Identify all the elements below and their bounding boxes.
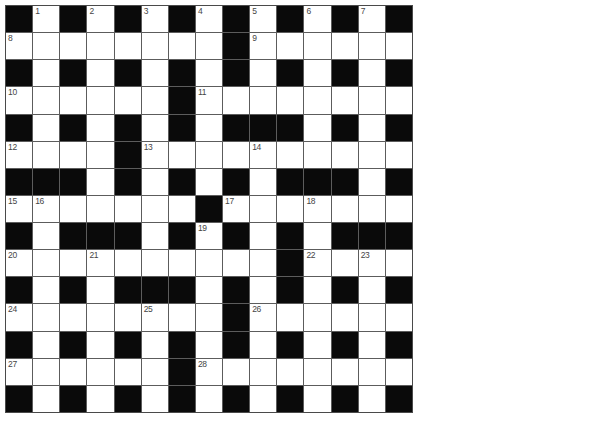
cell-r3c1[interactable] <box>33 87 59 113</box>
clue-number-23: 23 <box>361 250 370 260</box>
black-cell-r12c12 <box>332 332 358 358</box>
black-cell-r11c8 <box>223 304 249 330</box>
black-cell-r4c6 <box>169 115 195 141</box>
clue-number-6: 6 <box>306 6 310 16</box>
cell-r7c8[interactable]: 17 <box>223 196 249 222</box>
cell-r11c5[interactable]: 25 <box>142 304 168 330</box>
cell-r5c0[interactable]: 12 <box>6 142 32 168</box>
cell-r1c13[interactable] <box>359 33 385 59</box>
cell-r5c3[interactable] <box>87 142 113 168</box>
black-cell-r0c6 <box>169 6 195 32</box>
black-cell-r4c8 <box>223 115 249 141</box>
black-cell-r2c10 <box>277 60 303 86</box>
black-cell-r4c14 <box>386 115 412 141</box>
cell-r14c1[interactable] <box>33 386 59 412</box>
cell-r3c9[interactable] <box>250 87 276 113</box>
cell-r13c0[interactable]: 27 <box>6 359 32 385</box>
cell-r2c7[interactable] <box>196 60 222 86</box>
cell-r7c14[interactable] <box>386 196 412 222</box>
cell-r7c2[interactable] <box>60 196 86 222</box>
black-cell-r6c4 <box>115 169 141 195</box>
clue-number-19: 19 <box>198 223 207 233</box>
black-cell-r14c10 <box>277 386 303 412</box>
cell-r6c9[interactable] <box>250 169 276 195</box>
black-cell-r8c4 <box>115 223 141 249</box>
black-cell-r7c7 <box>196 196 222 222</box>
black-cell-r6c11 <box>304 169 330 195</box>
black-cell-r12c6 <box>169 332 195 358</box>
black-cell-r13c6 <box>169 359 195 385</box>
cell-r5c6[interactable] <box>169 142 195 168</box>
cell-r7c11[interactable]: 18 <box>304 196 330 222</box>
cell-r2c13[interactable] <box>359 60 385 86</box>
cell-r2c9[interactable] <box>250 60 276 86</box>
cell-r8c11[interactable] <box>304 223 330 249</box>
cell-r5c5[interactable]: 13 <box>142 142 168 168</box>
black-cell-r0c2 <box>60 6 86 32</box>
cell-r11c13[interactable] <box>359 304 385 330</box>
black-cell-r12c2 <box>60 332 86 358</box>
cell-r7c12[interactable] <box>332 196 358 222</box>
crossword-grid: 1234567891011121314151617181920212223242… <box>5 5 413 413</box>
black-cell-r14c4 <box>115 386 141 412</box>
cell-r2c11[interactable] <box>304 60 330 86</box>
cell-r9c12[interactable] <box>332 250 358 276</box>
clue-number-2: 2 <box>89 6 93 16</box>
black-cell-r10c2 <box>60 277 86 303</box>
cell-r12c11[interactable] <box>304 332 330 358</box>
cell-r3c7[interactable]: 11 <box>196 87 222 113</box>
clue-number-4: 4 <box>198 6 202 16</box>
black-cell-r12c14 <box>386 332 412 358</box>
black-cell-r2c6 <box>169 60 195 86</box>
cell-r9c2[interactable] <box>60 250 86 276</box>
cell-r1c9[interactable]: 9 <box>250 33 276 59</box>
cell-r11c7[interactable] <box>196 304 222 330</box>
black-cell-r0c8 <box>223 6 249 32</box>
cell-r14c9[interactable] <box>250 386 276 412</box>
black-cell-r6c2 <box>60 169 86 195</box>
black-cell-r2c8 <box>223 60 249 86</box>
clue-number-20: 20 <box>8 250 17 260</box>
cell-r1c7[interactable] <box>196 33 222 59</box>
cell-r13c10[interactable] <box>277 359 303 385</box>
cell-r11c0[interactable]: 24 <box>6 304 32 330</box>
cell-r11c12[interactable] <box>332 304 358 330</box>
cell-r12c13[interactable] <box>359 332 385 358</box>
cell-r3c13[interactable] <box>359 87 385 113</box>
cell-r0c9[interactable]: 5 <box>250 6 276 32</box>
cell-r3c12[interactable] <box>332 87 358 113</box>
black-cell-r9c10 <box>277 250 303 276</box>
cell-r11c11[interactable] <box>304 304 330 330</box>
cell-r3c0[interactable]: 10 <box>6 87 32 113</box>
black-cell-r6c6 <box>169 169 195 195</box>
cell-r7c10[interactable] <box>277 196 303 222</box>
black-cell-r2c4 <box>115 60 141 86</box>
cell-r0c13[interactable]: 7 <box>359 6 385 32</box>
cell-r13c2[interactable] <box>60 359 86 385</box>
cell-r5c14[interactable] <box>386 142 412 168</box>
black-cell-r8c3 <box>87 223 113 249</box>
black-cell-r10c12 <box>332 277 358 303</box>
black-cell-r4c0 <box>6 115 32 141</box>
cell-r13c1[interactable] <box>33 359 59 385</box>
cell-r1c11[interactable] <box>304 33 330 59</box>
cell-r11c10[interactable] <box>277 304 303 330</box>
cell-r7c5[interactable] <box>142 196 168 222</box>
clue-number-11: 11 <box>198 87 206 97</box>
cell-r5c12[interactable] <box>332 142 358 168</box>
cell-r3c10[interactable] <box>277 87 303 113</box>
cell-r5c9[interactable]: 14 <box>250 142 276 168</box>
cell-r8c7[interactable]: 19 <box>196 223 222 249</box>
cell-r1c1[interactable] <box>33 33 59 59</box>
cell-r1c3[interactable] <box>87 33 113 59</box>
cell-r13c5[interactable] <box>142 359 168 385</box>
cell-r5c1[interactable] <box>33 142 59 168</box>
cell-r9c5[interactable] <box>142 250 168 276</box>
cell-r1c12[interactable] <box>332 33 358 59</box>
cell-r9c13[interactable]: 23 <box>359 250 385 276</box>
black-cell-r8c10 <box>277 223 303 249</box>
cell-r7c6[interactable] <box>169 196 195 222</box>
black-cell-r10c10 <box>277 277 303 303</box>
cell-r5c10[interactable] <box>277 142 303 168</box>
cell-r10c11[interactable] <box>304 277 330 303</box>
clue-number-7: 7 <box>361 6 365 16</box>
clue-number-25: 25 <box>144 304 153 314</box>
cell-r13c11[interactable] <box>304 359 330 385</box>
black-cell-r6c1 <box>33 169 59 195</box>
black-cell-r14c0 <box>6 386 32 412</box>
black-cell-r0c10 <box>277 6 303 32</box>
cell-r10c3[interactable] <box>87 277 113 303</box>
cell-r12c1[interactable] <box>33 332 59 358</box>
black-cell-r6c10 <box>277 169 303 195</box>
black-cell-r4c4 <box>115 115 141 141</box>
cell-r2c1[interactable] <box>33 60 59 86</box>
clue-number-12: 12 <box>8 142 17 152</box>
black-cell-r10c8 <box>223 277 249 303</box>
cell-r7c4[interactable] <box>115 196 141 222</box>
clue-number-27: 27 <box>8 359 17 369</box>
clue-number-5: 5 <box>252 6 256 16</box>
cell-r4c3[interactable] <box>87 115 113 141</box>
clue-number-9: 9 <box>252 33 256 43</box>
black-cell-r0c0 <box>6 6 32 32</box>
clue-number-10: 10 <box>8 87 17 97</box>
cell-r0c3[interactable]: 2 <box>87 6 113 32</box>
cell-r1c14[interactable] <box>386 33 412 59</box>
black-cell-r2c14 <box>386 60 412 86</box>
cell-r8c1[interactable] <box>33 223 59 249</box>
black-cell-r12c4 <box>115 332 141 358</box>
clue-number-17: 17 <box>225 196 234 206</box>
cell-r14c13[interactable] <box>359 386 385 412</box>
black-cell-r8c12 <box>332 223 358 249</box>
cell-r12c5[interactable] <box>142 332 168 358</box>
cell-r3c4[interactable] <box>115 87 141 113</box>
cell-r9c9[interactable] <box>250 250 276 276</box>
cell-r9c3[interactable]: 21 <box>87 250 113 276</box>
black-cell-r14c8 <box>223 386 249 412</box>
black-cell-r5c4 <box>115 142 141 168</box>
clue-number-13: 13 <box>144 142 153 152</box>
cell-r10c9[interactable] <box>250 277 276 303</box>
black-cell-r12c8 <box>223 332 249 358</box>
cell-r7c3[interactable] <box>87 196 113 222</box>
cell-r2c5[interactable] <box>142 60 168 86</box>
cell-r5c7[interactable] <box>196 142 222 168</box>
black-cell-r4c10 <box>277 115 303 141</box>
cell-r13c12[interactable] <box>332 359 358 385</box>
black-cell-r2c0 <box>6 60 32 86</box>
black-cell-r6c8 <box>223 169 249 195</box>
cell-r1c4[interactable] <box>115 33 141 59</box>
cell-r8c5[interactable] <box>142 223 168 249</box>
cell-r11c1[interactable] <box>33 304 59 330</box>
cell-r14c5[interactable] <box>142 386 168 412</box>
black-cell-r8c8 <box>223 223 249 249</box>
cell-r10c7[interactable] <box>196 277 222 303</box>
cell-r9c6[interactable] <box>169 250 195 276</box>
cell-r10c13[interactable] <box>359 277 385 303</box>
black-cell-r8c14 <box>386 223 412 249</box>
cell-r1c0[interactable]: 8 <box>6 33 32 59</box>
black-cell-r2c2 <box>60 60 86 86</box>
black-cell-r10c14 <box>386 277 412 303</box>
black-cell-r10c5 <box>142 277 168 303</box>
clue-number-18: 18 <box>306 196 315 206</box>
cell-r2c3[interactable] <box>87 60 113 86</box>
cell-r0c11[interactable]: 6 <box>304 6 330 32</box>
clue-number-16: 16 <box>35 196 44 206</box>
cell-r7c1[interactable]: 16 <box>33 196 59 222</box>
cell-r5c8[interactable] <box>223 142 249 168</box>
cell-r4c7[interactable] <box>196 115 222 141</box>
clue-number-15: 15 <box>8 196 17 206</box>
cell-r13c7[interactable]: 28 <box>196 359 222 385</box>
cell-r7c9[interactable] <box>250 196 276 222</box>
cell-r0c5[interactable]: 3 <box>142 6 168 32</box>
cell-r5c2[interactable] <box>60 142 86 168</box>
cell-r4c13[interactable] <box>359 115 385 141</box>
clue-number-3: 3 <box>144 6 148 16</box>
black-cell-r6c12 <box>332 169 358 195</box>
black-cell-r3c6 <box>169 87 195 113</box>
cell-r9c8[interactable] <box>223 250 249 276</box>
cell-r5c11[interactable] <box>304 142 330 168</box>
cell-r3c11[interactable] <box>304 87 330 113</box>
cell-r1c5[interactable] <box>142 33 168 59</box>
cell-r13c14[interactable] <box>386 359 412 385</box>
cell-r9c14[interactable] <box>386 250 412 276</box>
cell-r12c7[interactable] <box>196 332 222 358</box>
cell-r1c6[interactable] <box>169 33 195 59</box>
cell-r7c0[interactable]: 15 <box>6 196 32 222</box>
black-cell-r14c6 <box>169 386 195 412</box>
cell-r9c0[interactable]: 20 <box>6 250 32 276</box>
clue-number-8: 8 <box>8 33 12 43</box>
cell-r9c4[interactable] <box>115 250 141 276</box>
cell-r9c11[interactable]: 22 <box>304 250 330 276</box>
cell-r5c13[interactable] <box>359 142 385 168</box>
cell-r6c13[interactable] <box>359 169 385 195</box>
cell-r0c1[interactable]: 1 <box>33 6 59 32</box>
clue-number-26: 26 <box>252 304 261 314</box>
black-cell-r8c0 <box>6 223 32 249</box>
cell-r4c5[interactable] <box>142 115 168 141</box>
cell-r3c3[interactable] <box>87 87 113 113</box>
cell-r0c7[interactable]: 4 <box>196 6 222 32</box>
cell-r9c7[interactable] <box>196 250 222 276</box>
cell-r14c3[interactable] <box>87 386 113 412</box>
clue-number-24: 24 <box>8 304 17 314</box>
cell-r3c14[interactable] <box>386 87 412 113</box>
cell-r11c6[interactable] <box>169 304 195 330</box>
black-cell-r4c12 <box>332 115 358 141</box>
cell-r13c4[interactable] <box>115 359 141 385</box>
cell-r3c8[interactable] <box>223 87 249 113</box>
black-cell-r12c10 <box>277 332 303 358</box>
black-cell-r1c8 <box>223 33 249 59</box>
cell-r14c11[interactable] <box>304 386 330 412</box>
cell-r3c2[interactable] <box>60 87 86 113</box>
clue-number-1: 1 <box>35 6 39 16</box>
black-cell-r6c14 <box>386 169 412 195</box>
cell-r3c5[interactable] <box>142 87 168 113</box>
cell-r6c5[interactable] <box>142 169 168 195</box>
black-cell-r10c6 <box>169 277 195 303</box>
cell-r4c1[interactable] <box>33 115 59 141</box>
cell-r11c14[interactable] <box>386 304 412 330</box>
cell-r12c3[interactable] <box>87 332 113 358</box>
cell-r8c9[interactable] <box>250 223 276 249</box>
cell-r7c13[interactable] <box>359 196 385 222</box>
cell-r11c9[interactable]: 26 <box>250 304 276 330</box>
cell-r1c2[interactable] <box>60 33 86 59</box>
black-cell-r0c4 <box>115 6 141 32</box>
black-cell-r14c2 <box>60 386 86 412</box>
black-cell-r2c12 <box>332 60 358 86</box>
black-cell-r6c0 <box>6 169 32 195</box>
black-cell-r10c4 <box>115 277 141 303</box>
clue-number-14: 14 <box>252 142 261 152</box>
cell-r11c2[interactable] <box>60 304 86 330</box>
clue-number-21: 21 <box>89 250 98 260</box>
black-cell-r10c0 <box>6 277 32 303</box>
cell-r4c11[interactable] <box>304 115 330 141</box>
cell-r11c4[interactable] <box>115 304 141 330</box>
black-cell-r4c2 <box>60 115 86 141</box>
cell-r11c3[interactable] <box>87 304 113 330</box>
cell-r10c1[interactable] <box>33 277 59 303</box>
cell-r13c13[interactable] <box>359 359 385 385</box>
cell-r13c3[interactable] <box>87 359 113 385</box>
cell-r13c8[interactable] <box>223 359 249 385</box>
black-cell-r0c14 <box>386 6 412 32</box>
black-cell-r8c2 <box>60 223 86 249</box>
clue-number-28: 28 <box>198 359 207 369</box>
clue-number-22: 22 <box>306 250 315 260</box>
cell-r6c3[interactable] <box>87 169 113 195</box>
cell-r1c10[interactable] <box>277 33 303 59</box>
black-cell-r8c6 <box>169 223 195 249</box>
black-cell-r14c14 <box>386 386 412 412</box>
cell-r6c7[interactable] <box>196 169 222 195</box>
black-cell-r4c9 <box>250 115 276 141</box>
cell-r14c7[interactable] <box>196 386 222 412</box>
black-cell-r12c0 <box>6 332 32 358</box>
black-cell-r8c13 <box>359 223 385 249</box>
cell-r12c9[interactable] <box>250 332 276 358</box>
black-cell-r14c12 <box>332 386 358 412</box>
black-cell-r0c12 <box>332 6 358 32</box>
cell-r13c9[interactable] <box>250 359 276 385</box>
cell-r9c1[interactable] <box>33 250 59 276</box>
